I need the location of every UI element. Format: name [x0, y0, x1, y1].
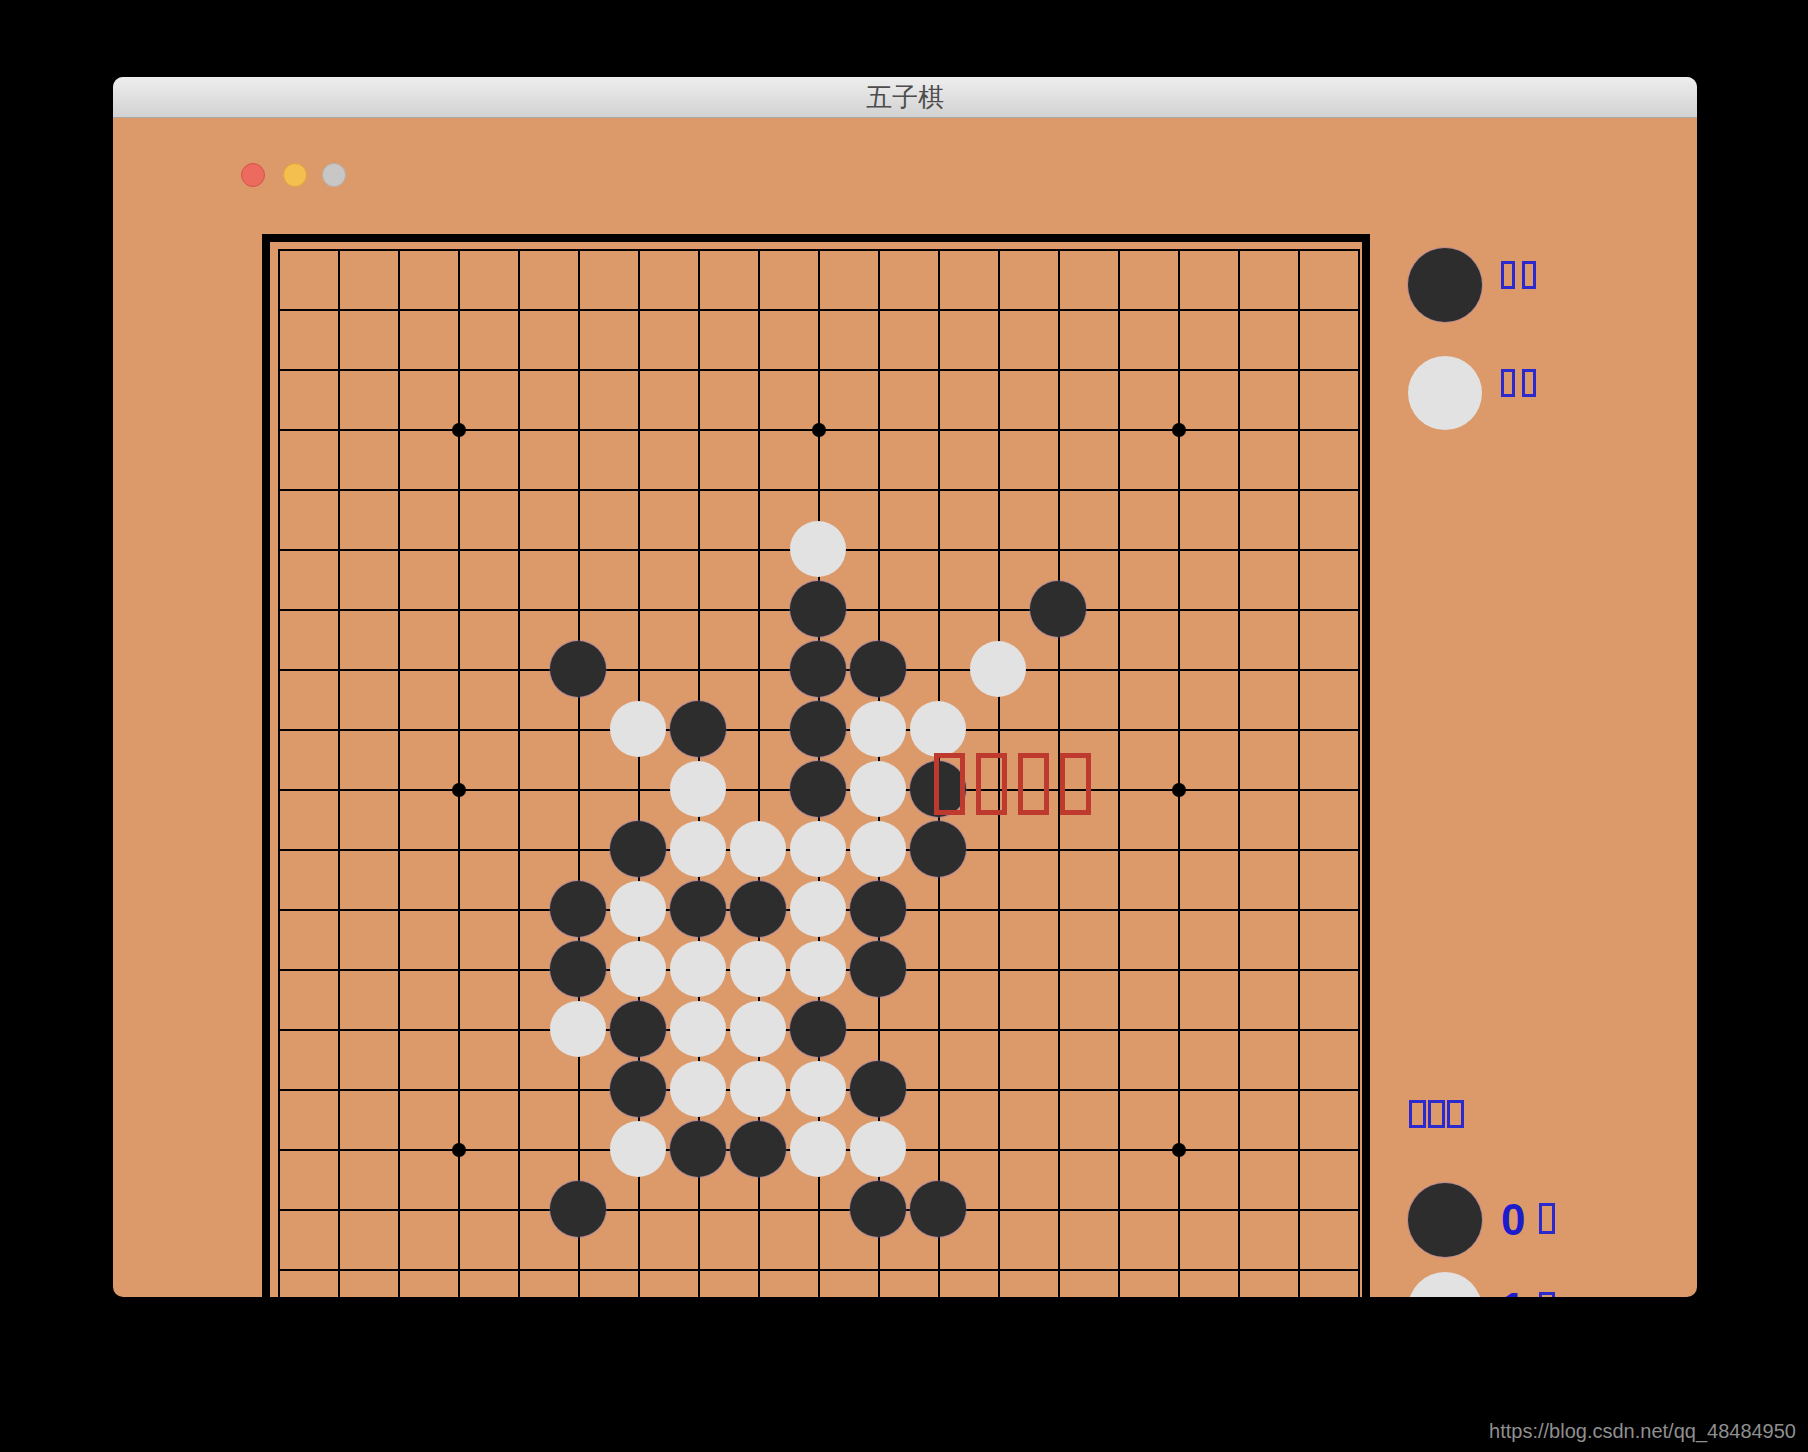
board-cell[interactable] [968, 579, 1028, 639]
board-cell[interactable] [848, 399, 908, 459]
board-cell[interactable] [1268, 879, 1328, 939]
board-cell[interactable] [428, 879, 488, 939]
board-cell[interactable] [848, 819, 908, 879]
board-cell[interactable] [968, 939, 1028, 999]
board-cell[interactable] [428, 999, 488, 1059]
board-cell[interactable] [848, 279, 908, 339]
board-cell[interactable] [968, 219, 1028, 279]
board-cell[interactable] [908, 819, 968, 879]
board-cell[interactable] [248, 459, 308, 519]
board-cell[interactable] [1148, 399, 1208, 459]
board-cell[interactable] [308, 1059, 368, 1119]
board-cell[interactable] [248, 1119, 308, 1179]
board-cell[interactable] [1208, 879, 1268, 939]
board-cell[interactable] [668, 1119, 728, 1179]
board-cell[interactable] [248, 879, 308, 939]
board-cell[interactable] [1148, 939, 1208, 999]
board-cell[interactable] [728, 219, 788, 279]
board-cell[interactable] [548, 819, 608, 879]
board-cell[interactable] [488, 459, 548, 519]
board-cell[interactable] [908, 639, 968, 699]
board-cell[interactable] [488, 999, 548, 1059]
zoom-button-disabled[interactable] [322, 163, 346, 187]
board-cell[interactable] [308, 939, 368, 999]
board-cell[interactable] [788, 1119, 848, 1179]
board-cell[interactable] [608, 879, 668, 939]
board-cell[interactable] [668, 879, 728, 939]
board-cell[interactable] [368, 339, 428, 399]
board-cell[interactable] [1268, 1119, 1328, 1179]
board-cell[interactable] [488, 219, 548, 279]
board-cell[interactable] [548, 999, 608, 1059]
board-cell[interactable] [608, 339, 668, 399]
board-cell[interactable] [1088, 639, 1148, 699]
board-cell[interactable] [488, 279, 548, 339]
board-cell[interactable] [1208, 579, 1268, 639]
board-cell[interactable] [1268, 219, 1328, 279]
board-cell[interactable] [788, 1059, 848, 1119]
board-cell[interactable] [548, 879, 608, 939]
board-cell[interactable] [1268, 819, 1328, 879]
board-cell[interactable] [728, 279, 788, 339]
board-cell[interactable] [248, 999, 308, 1059]
board-cell[interactable] [728, 1239, 788, 1297]
board-cell[interactable] [788, 639, 848, 699]
board-cell[interactable] [728, 579, 788, 639]
board-cell[interactable] [608, 819, 668, 879]
board-cell[interactable] [728, 639, 788, 699]
board-cell[interactable] [1208, 1059, 1268, 1119]
board-cell[interactable] [488, 519, 548, 579]
board-cell[interactable] [548, 519, 608, 579]
board-cell[interactable] [1148, 1119, 1208, 1179]
board-cell[interactable] [908, 1059, 968, 1119]
board-cell[interactable] [908, 579, 968, 639]
board-cell[interactable] [308, 399, 368, 459]
board-cell[interactable] [1328, 1059, 1388, 1119]
board-cell[interactable] [848, 699, 908, 759]
board-stones[interactable] [248, 219, 1388, 1297]
board-cell[interactable] [428, 699, 488, 759]
board-cell[interactable] [548, 639, 608, 699]
board-cell[interactable] [668, 219, 728, 279]
board-cell[interactable] [488, 699, 548, 759]
board-cell[interactable] [1268, 1179, 1328, 1239]
board-cell[interactable] [848, 519, 908, 579]
board-cell[interactable] [788, 1179, 848, 1239]
board-cell[interactable] [908, 279, 968, 339]
board-cell[interactable] [608, 699, 668, 759]
board-cell[interactable] [248, 639, 308, 699]
board-cell[interactable] [548, 219, 608, 279]
board-cell[interactable] [1148, 879, 1208, 939]
board-cell[interactable] [1148, 519, 1208, 579]
board-cell[interactable] [1148, 699, 1208, 759]
board-cell[interactable] [488, 639, 548, 699]
board-cell[interactable] [788, 459, 848, 519]
board-cell[interactable] [1088, 279, 1148, 339]
board-cell[interactable] [1328, 459, 1388, 519]
board-cell[interactable] [1088, 339, 1148, 399]
board-cell[interactable] [1328, 939, 1388, 999]
board-cell[interactable] [488, 939, 548, 999]
board-cell[interactable] [1028, 999, 1088, 1059]
board-cell[interactable] [848, 639, 908, 699]
board-cell[interactable] [1148, 279, 1208, 339]
board-cell[interactable] [968, 639, 1028, 699]
board-cell[interactable] [728, 759, 788, 819]
board-cell[interactable] [1028, 399, 1088, 459]
board-cell[interactable] [1088, 459, 1148, 519]
board-cell[interactable] [1208, 519, 1268, 579]
board-cell[interactable] [1268, 999, 1328, 1059]
board-cell[interactable] [1148, 579, 1208, 639]
board-cell[interactable] [788, 999, 848, 1059]
board-cell[interactable] [848, 1239, 908, 1297]
board-cell[interactable] [728, 999, 788, 1059]
board-cell[interactable] [848, 459, 908, 519]
board-cell[interactable] [1088, 819, 1148, 879]
board-cell[interactable] [908, 459, 968, 519]
board-cell[interactable] [548, 459, 608, 519]
board-cell[interactable] [968, 1239, 1028, 1297]
board-cell[interactable] [1208, 699, 1268, 759]
board-cell[interactable] [668, 999, 728, 1059]
board-cell[interactable] [728, 339, 788, 399]
board-cell[interactable] [908, 999, 968, 1059]
board-cell[interactable] [368, 1059, 428, 1119]
board-cell[interactable] [668, 459, 728, 519]
board-cell[interactable] [608, 519, 668, 579]
board-cell[interactable] [848, 1059, 908, 1119]
board-cell[interactable] [308, 1179, 368, 1239]
board-cell[interactable] [248, 1179, 308, 1239]
board-cell[interactable] [908, 939, 968, 999]
board-cell[interactable] [608, 759, 668, 819]
board-cell[interactable] [788, 699, 848, 759]
board-cell[interactable] [1088, 1119, 1148, 1179]
board-cell[interactable] [368, 519, 428, 579]
board-cell[interactable] [968, 1179, 1028, 1239]
board-cell[interactable] [608, 1179, 668, 1239]
board-cell[interactable] [848, 219, 908, 279]
board-cell[interactable] [788, 279, 848, 339]
board-cell[interactable] [1328, 339, 1388, 399]
board-cell[interactable] [908, 399, 968, 459]
board-cell[interactable] [368, 1179, 428, 1239]
board-cell[interactable] [248, 759, 308, 819]
board-cell[interactable] [1028, 459, 1088, 519]
board-cell[interactable] [488, 1059, 548, 1119]
board-cell[interactable] [308, 999, 368, 1059]
board-cell[interactable] [788, 219, 848, 279]
board-cell[interactable] [1328, 279, 1388, 339]
board-cell[interactable] [968, 879, 1028, 939]
board-cell[interactable] [428, 579, 488, 639]
board-cell[interactable] [1208, 1119, 1268, 1179]
board-cell[interactable] [1208, 1179, 1268, 1239]
board-cell[interactable] [1028, 1239, 1088, 1297]
board-cell[interactable] [1328, 519, 1388, 579]
board-cell[interactable] [308, 219, 368, 279]
board-cell[interactable] [848, 939, 908, 999]
board-cell[interactable] [968, 999, 1028, 1059]
board-cell[interactable] [1148, 639, 1208, 699]
board-cell[interactable] [1268, 519, 1328, 579]
board-cell[interactable] [1268, 639, 1328, 699]
board-cell[interactable] [968, 1119, 1028, 1179]
board-cell[interactable] [1028, 939, 1088, 999]
board-cell[interactable] [1028, 519, 1088, 579]
board-cell[interactable] [1148, 459, 1208, 519]
board-cell[interactable] [428, 1179, 488, 1239]
board-cell[interactable] [788, 879, 848, 939]
board-cell[interactable] [1088, 219, 1148, 279]
board-cell[interactable] [368, 759, 428, 819]
board-cell[interactable] [308, 639, 368, 699]
board-cell[interactable] [428, 339, 488, 399]
board-cell[interactable] [368, 999, 428, 1059]
board-cell[interactable] [728, 1119, 788, 1179]
board-cell[interactable] [908, 1119, 968, 1179]
board-cell[interactable] [1208, 219, 1268, 279]
board-cell[interactable] [428, 279, 488, 339]
board-cell[interactable] [308, 579, 368, 639]
board-cell[interactable] [548, 339, 608, 399]
board-cell[interactable] [1148, 1059, 1208, 1119]
board-cell[interactable] [1328, 1119, 1388, 1179]
board-cell[interactable] [1088, 1239, 1148, 1297]
board-cell[interactable] [308, 519, 368, 579]
board-cell[interactable] [848, 579, 908, 639]
board-cell[interactable] [548, 759, 608, 819]
board-cell[interactable] [1208, 639, 1268, 699]
board-cell[interactable] [1268, 399, 1328, 459]
board-cell[interactable] [488, 1179, 548, 1239]
board-cell[interactable] [1028, 699, 1088, 759]
board-cell[interactable] [608, 1239, 668, 1297]
board-cell[interactable] [728, 819, 788, 879]
board-cell[interactable] [248, 939, 308, 999]
board-cell[interactable] [1148, 1239, 1208, 1297]
board-cell[interactable] [428, 759, 488, 819]
board-cell[interactable] [728, 399, 788, 459]
board-cell[interactable] [728, 939, 788, 999]
board-cell[interactable] [248, 399, 308, 459]
close-button[interactable] [241, 163, 265, 187]
board-cell[interactable] [488, 1119, 548, 1179]
board-cell[interactable] [1208, 399, 1268, 459]
board-cell[interactable] [1148, 1179, 1208, 1239]
board-cell[interactable] [1148, 999, 1208, 1059]
board-cell[interactable] [1028, 219, 1088, 279]
board-cell[interactable] [548, 579, 608, 639]
board-cell[interactable] [248, 519, 308, 579]
board-cell[interactable] [1088, 1179, 1148, 1239]
board-cell[interactable] [908, 1179, 968, 1239]
board-cell[interactable] [248, 579, 308, 639]
board-cell[interactable] [428, 939, 488, 999]
board-cell[interactable] [368, 1239, 428, 1297]
board-cell[interactable] [548, 279, 608, 339]
board-cell[interactable] [668, 1179, 728, 1239]
board-cell[interactable] [368, 639, 428, 699]
board-cell[interactable] [788, 1239, 848, 1297]
board-cell[interactable] [488, 759, 548, 819]
board-cell[interactable] [428, 459, 488, 519]
board-cell[interactable] [368, 939, 428, 999]
board-cell[interactable] [248, 1059, 308, 1119]
board-cell[interactable] [308, 459, 368, 519]
board-cell[interactable] [1208, 939, 1268, 999]
board-cell[interactable] [548, 939, 608, 999]
board-cell[interactable] [668, 939, 728, 999]
board-cell[interactable] [1268, 939, 1328, 999]
board-cell[interactable] [1088, 1059, 1148, 1119]
board-cell[interactable] [1088, 519, 1148, 579]
board-cell[interactable] [668, 519, 728, 579]
board-cell[interactable] [548, 399, 608, 459]
board-cell[interactable] [908, 879, 968, 939]
board-cell[interactable] [1028, 1179, 1088, 1239]
board-cell[interactable] [368, 819, 428, 879]
board-cell[interactable] [608, 579, 668, 639]
board-cell[interactable] [1328, 1179, 1388, 1239]
board-cell[interactable] [1328, 759, 1388, 819]
board-cell[interactable] [848, 879, 908, 939]
board-cell[interactable] [428, 219, 488, 279]
board-cell[interactable] [308, 339, 368, 399]
board-cell[interactable] [1028, 1119, 1088, 1179]
board-cell[interactable] [908, 699, 968, 759]
board-cell[interactable] [1208, 339, 1268, 399]
board-cell[interactable] [1208, 1239, 1268, 1297]
board-cell[interactable] [728, 459, 788, 519]
board-cell[interactable] [668, 1059, 728, 1119]
board-cell[interactable] [1208, 999, 1268, 1059]
board-cell[interactable] [368, 459, 428, 519]
board-cell[interactable] [728, 519, 788, 579]
board-cell[interactable] [668, 699, 728, 759]
board-cell[interactable] [1028, 579, 1088, 639]
board-cell[interactable] [608, 1119, 668, 1179]
board-cell[interactable] [728, 1179, 788, 1239]
board-cell[interactable] [548, 1119, 608, 1179]
board-cell[interactable] [1328, 399, 1388, 459]
board-cell[interactable] [368, 399, 428, 459]
minimize-button[interactable] [283, 163, 307, 187]
board-cell[interactable] [788, 519, 848, 579]
board-cell[interactable] [308, 879, 368, 939]
board-cell[interactable] [968, 699, 1028, 759]
board-cell[interactable] [848, 1179, 908, 1239]
board-cell[interactable] [368, 279, 428, 339]
board-cell[interactable] [1148, 219, 1208, 279]
board-cell[interactable] [1328, 579, 1388, 639]
board-cell[interactable] [608, 1059, 668, 1119]
board-cell[interactable] [848, 1119, 908, 1179]
board-cell[interactable] [248, 339, 308, 399]
board-cell[interactable] [1148, 759, 1208, 819]
board-cell[interactable] [1328, 1239, 1388, 1297]
board-cell[interactable] [1328, 639, 1388, 699]
board-cell[interactable] [788, 819, 848, 879]
board-cell[interactable] [1268, 339, 1328, 399]
board-cell[interactable] [488, 579, 548, 639]
board-cell[interactable] [248, 1239, 308, 1297]
board-cell[interactable] [1028, 639, 1088, 699]
board-cell[interactable] [1208, 279, 1268, 339]
board-cell[interactable] [308, 279, 368, 339]
board-cell[interactable] [1328, 219, 1388, 279]
board-cell[interactable] [1268, 579, 1328, 639]
board-cell[interactable] [488, 879, 548, 939]
board-cell[interactable] [1328, 879, 1388, 939]
board-cell[interactable] [548, 699, 608, 759]
board-cell[interactable] [248, 819, 308, 879]
board-cell[interactable] [428, 519, 488, 579]
board-cell[interactable] [968, 339, 1028, 399]
board-cell[interactable] [308, 1119, 368, 1179]
board-cell[interactable] [1268, 279, 1328, 339]
board-cell[interactable] [428, 399, 488, 459]
board-cell[interactable] [488, 339, 548, 399]
board-cell[interactable] [1028, 879, 1088, 939]
board-cell[interactable] [1088, 699, 1148, 759]
board-cell[interactable] [428, 819, 488, 879]
board-cell[interactable] [428, 639, 488, 699]
board-cell[interactable] [788, 579, 848, 639]
board-cell[interactable] [1028, 279, 1088, 339]
board-cell[interactable] [548, 1059, 608, 1119]
board-cell[interactable] [608, 219, 668, 279]
board-cell[interactable] [428, 1059, 488, 1119]
board-cell[interactable] [788, 939, 848, 999]
board-cell[interactable] [1208, 819, 1268, 879]
board-cell[interactable] [308, 699, 368, 759]
board-cell[interactable] [428, 1119, 488, 1179]
board-cell[interactable] [908, 1239, 968, 1297]
board-cell[interactable] [368, 1119, 428, 1179]
board-cell[interactable] [728, 699, 788, 759]
board-cell[interactable] [608, 939, 668, 999]
board-cell[interactable] [1208, 759, 1268, 819]
board-cell[interactable] [1268, 759, 1328, 819]
board-cell[interactable] [608, 999, 668, 1059]
board-cell[interactable] [308, 1239, 368, 1297]
board-cell[interactable] [1148, 819, 1208, 879]
board-cell[interactable] [848, 759, 908, 819]
board-cell[interactable] [368, 879, 428, 939]
board-cell[interactable] [668, 819, 728, 879]
board-cell[interactable] [668, 639, 728, 699]
board-cell[interactable] [308, 819, 368, 879]
board-cell[interactable] [908, 339, 968, 399]
board-cell[interactable] [368, 219, 428, 279]
board-cell[interactable] [728, 1059, 788, 1119]
board-cell[interactable] [848, 999, 908, 1059]
board-cell[interactable] [1268, 1059, 1328, 1119]
board-cell[interactable] [488, 399, 548, 459]
board-cell[interactable] [968, 1059, 1028, 1119]
board-cell[interactable] [788, 399, 848, 459]
board-cell[interactable] [1268, 699, 1328, 759]
board-cell[interactable] [788, 759, 848, 819]
board-cell[interactable] [1088, 579, 1148, 639]
board-cell[interactable] [1028, 819, 1088, 879]
board-cell[interactable] [1028, 1059, 1088, 1119]
board-cell[interactable] [1148, 339, 1208, 399]
